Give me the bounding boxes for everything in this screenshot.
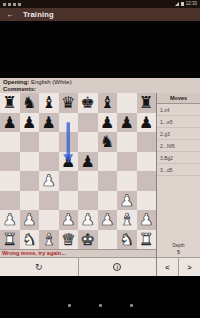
black-knight: ♞ (100, 132, 114, 152)
black-pawn: ♟ (100, 113, 114, 133)
black-king: ♚ (81, 93, 95, 113)
clock-text: 12:30 (186, 0, 197, 8)
square-h3[interactable] (137, 191, 157, 211)
square-a5[interactable] (0, 152, 20, 172)
square-c2[interactable] (39, 210, 59, 230)
recents-nav-icon[interactable] (130, 304, 133, 307)
square-h1[interactable]: ♜ (137, 230, 157, 250)
main-area: ♜♞♝♛♚♝♜♟♟♟♟♟♟♞♟♟♟♟♟♟♟♟♟♝♟♜♞♝♛♚♞♜ Wrong m… (0, 93, 200, 276)
black-pawn: ♟ (139, 113, 153, 133)
depth-block: Depth 5 (157, 243, 200, 257)
black-rook: ♜ (3, 93, 17, 113)
black-pawn: ♟ (120, 113, 134, 133)
info-icon: i (113, 263, 121, 271)
white-queen: ♛ (61, 230, 75, 250)
square-d2[interactable]: ♟ (59, 210, 79, 230)
square-d1[interactable]: ♛ (59, 230, 79, 250)
square-d3[interactable] (59, 191, 79, 211)
square-e3[interactable] (78, 191, 98, 211)
square-d6[interactable] (59, 132, 79, 152)
move-nav: < > (157, 257, 200, 276)
square-g6[interactable] (117, 132, 137, 152)
info-button[interactable]: i (78, 258, 157, 276)
next-move-button[interactable]: > (178, 258, 200, 276)
restart-button[interactable]: ↻ (0, 258, 78, 276)
square-a1[interactable]: ♜ (0, 230, 20, 250)
white-pawn: ♟ (100, 210, 114, 230)
square-b4[interactable] (20, 171, 40, 191)
white-pawn: ♟ (120, 191, 134, 211)
square-a3[interactable] (0, 191, 20, 211)
page-title: Training (23, 10, 54, 19)
square-f7[interactable]: ♟ (98, 113, 118, 133)
square-g5[interactable] (117, 152, 137, 172)
notification-icon (8, 3, 11, 6)
square-a6[interactable] (0, 132, 20, 152)
square-f4[interactable] (98, 171, 118, 191)
square-d4[interactable] (59, 171, 79, 191)
white-bishop: ♝ (120, 210, 134, 230)
square-e2[interactable]: ♟ (78, 210, 98, 230)
prev-move-button[interactable]: < (157, 258, 178, 276)
toolbar: ↻ i (0, 257, 156, 276)
black-pawn: ♟ (61, 152, 75, 172)
square-b8[interactable]: ♞ (20, 93, 40, 113)
white-knight: ♞ (120, 230, 134, 250)
square-d8[interactable]: ♛ (59, 93, 79, 113)
refresh-icon: ↻ (35, 262, 43, 272)
white-pawn: ♟ (22, 210, 36, 230)
depth-value: 5 (157, 249, 200, 256)
screen: 12:30 ← Training Opening: English (White… (0, 0, 200, 318)
square-f3[interactable] (98, 191, 118, 211)
back-nav-icon[interactable] (68, 304, 71, 307)
opening-value: English (White) (31, 79, 72, 85)
white-rook: ♜ (3, 230, 17, 250)
square-h7[interactable]: ♟ (137, 113, 157, 133)
black-pawn: ♟ (42, 113, 56, 133)
comments-line: Comments: (3, 86, 197, 93)
opening-line: Opening: English (White) (3, 79, 197, 86)
square-e5[interactable]: ♟ (78, 152, 98, 172)
square-e6[interactable] (78, 132, 98, 152)
move-item[interactable]: 2...Nf6 (157, 140, 200, 152)
square-b3[interactable] (20, 191, 40, 211)
square-g3[interactable]: ♟ (117, 191, 137, 211)
white-pawn: ♟ (3, 210, 17, 230)
white-pawn: ♟ (61, 210, 75, 230)
app-bar: ← Training (0, 8, 200, 21)
white-pawn: ♟ (139, 210, 153, 230)
black-rook: ♜ (139, 93, 153, 113)
square-g4[interactable] (117, 171, 137, 191)
square-b6[interactable] (20, 132, 40, 152)
square-h6[interactable] (137, 132, 157, 152)
chess-board[interactable]: ♜♞♝♛♚♝♜♟♟♟♟♟♟♞♟♟♟♟♟♟♟♟♟♝♟♜♞♝♛♚♞♜ (0, 93, 156, 249)
white-knight: ♞ (22, 230, 36, 250)
square-b7[interactable]: ♟ (20, 113, 40, 133)
move-item[interactable]: 2.g3 (157, 128, 200, 140)
info-panel: Opening: English (White) Comments: (0, 78, 200, 93)
square-g8[interactable] (117, 93, 137, 113)
square-h5[interactable] (137, 152, 157, 172)
status-bar: 12:30 (0, 0, 200, 8)
square-b2[interactable]: ♟ (20, 210, 40, 230)
black-pawn: ♟ (22, 113, 36, 133)
black-bishop: ♝ (42, 93, 56, 113)
black-knight: ♞ (22, 93, 36, 113)
notification-icons (3, 3, 21, 6)
square-h4[interactable] (137, 171, 157, 191)
battery-icon (181, 2, 184, 7)
square-g7[interactable]: ♟ (117, 113, 137, 133)
move-item[interactable]: 1.c4 (157, 104, 200, 116)
move-item[interactable]: 3.Bg2 (157, 152, 200, 164)
home-nav-icon[interactable] (99, 304, 102, 307)
square-e8[interactable]: ♚ (78, 93, 98, 113)
status-icons: 12:30 (175, 0, 197, 8)
android-nav-bar (0, 276, 200, 318)
comments-label: Comments: (3, 86, 36, 92)
moves-list: 1.c41...e52.g32...Nf63.Bg23...d5 (157, 104, 200, 176)
moves-panel: Moves 1.c41...e52.g32...Nf63.Bg23...d5 D… (156, 93, 200, 276)
back-icon[interactable]: ← (6, 8, 14, 21)
white-king: ♚ (81, 230, 95, 250)
square-h8[interactable]: ♜ (137, 93, 157, 113)
opening-label: Opening: (3, 79, 29, 85)
square-f5[interactable] (98, 152, 118, 172)
square-c6[interactable] (39, 132, 59, 152)
white-bishop: ♝ (42, 230, 56, 250)
square-f8[interactable]: ♝ (98, 93, 118, 113)
status-message: Wrong move, try again... (0, 249, 156, 257)
square-h2[interactable]: ♟ (137, 210, 157, 230)
square-c5[interactable] (39, 152, 59, 172)
square-a4[interactable] (0, 171, 20, 191)
square-f1[interactable] (98, 230, 118, 250)
square-c8[interactable]: ♝ (39, 93, 59, 113)
square-d5[interactable]: ♟ (59, 152, 79, 172)
square-f6[interactable]: ♞ (98, 132, 118, 152)
black-pawn: ♟ (3, 113, 17, 133)
square-c1[interactable]: ♝ (39, 230, 59, 250)
notification-icon (18, 3, 21, 6)
square-a7[interactable]: ♟ (0, 113, 20, 133)
move-item[interactable]: 3...d5 (157, 164, 200, 176)
square-a2[interactable]: ♟ (0, 210, 20, 230)
move-item[interactable]: 1...e5 (157, 116, 200, 128)
white-pawn: ♟ (42, 171, 56, 191)
square-g2[interactable]: ♝ (117, 210, 137, 230)
black-bishop: ♝ (100, 93, 114, 113)
square-e1[interactable]: ♚ (78, 230, 98, 250)
square-c3[interactable] (39, 191, 59, 211)
square-c7[interactable]: ♟ (39, 113, 59, 133)
board-column: ♜♞♝♛♚♝♜♟♟♟♟♟♟♞♟♟♟♟♟♟♟♟♟♝♟♜♞♝♛♚♞♜ Wrong m… (0, 93, 156, 276)
square-a8[interactable]: ♜ (0, 93, 20, 113)
notification-icon (3, 3, 6, 6)
square-d7[interactable] (59, 113, 79, 133)
square-f2[interactable]: ♟ (98, 210, 118, 230)
moves-panel-title: Moves (157, 93, 200, 104)
panel-spacer (157, 176, 200, 243)
square-g1[interactable]: ♞ (117, 230, 137, 250)
white-rook: ♜ (139, 230, 153, 250)
square-e4[interactable] (78, 171, 98, 191)
notification-icon (13, 3, 16, 6)
black-queen: ♛ (61, 93, 75, 113)
square-c4[interactable]: ♟ (39, 171, 59, 191)
white-pawn: ♟ (81, 210, 95, 230)
ad-space (0, 21, 200, 78)
square-e7[interactable] (78, 113, 98, 133)
signal-icon (175, 2, 179, 6)
black-pawn: ♟ (81, 152, 95, 172)
square-b5[interactable] (20, 152, 40, 172)
square-b1[interactable]: ♞ (20, 230, 40, 250)
